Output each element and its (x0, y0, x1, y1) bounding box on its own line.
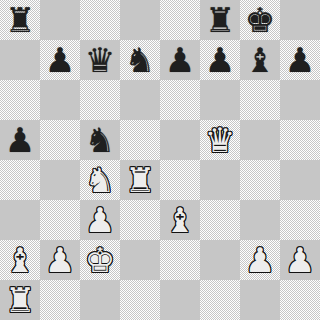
square-f7[interactable]: ♟ (200, 40, 240, 80)
square-d8[interactable] (120, 0, 160, 40)
white-knight-c4[interactable]: ♞ (80, 160, 120, 200)
square-f5[interactable]: ♛ (200, 120, 240, 160)
square-d4[interactable]: ♜ (120, 160, 160, 200)
white-queen-f5[interactable]: ♛ (200, 120, 240, 160)
white-king-c2[interactable]: ♚ (80, 240, 120, 280)
square-f1[interactable] (200, 280, 240, 320)
square-c4[interactable]: ♞ (80, 160, 120, 200)
square-h1[interactable] (280, 280, 320, 320)
square-h2[interactable]: ♟ (280, 240, 320, 280)
square-a4[interactable] (0, 160, 40, 200)
square-e3[interactable]: ♝ (160, 200, 200, 240)
square-b6[interactable] (40, 80, 80, 120)
square-d5[interactable] (120, 120, 160, 160)
square-h5[interactable] (280, 120, 320, 160)
square-a3[interactable] (0, 200, 40, 240)
square-a5[interactable]: ♟ (0, 120, 40, 160)
square-h3[interactable] (280, 200, 320, 240)
square-g5[interactable] (240, 120, 280, 160)
square-c6[interactable] (80, 80, 120, 120)
square-b5[interactable] (40, 120, 80, 160)
square-f3[interactable] (200, 200, 240, 240)
square-a8[interactable]: ♜ (0, 0, 40, 40)
square-g1[interactable] (240, 280, 280, 320)
square-d2[interactable] (120, 240, 160, 280)
square-e4[interactable] (160, 160, 200, 200)
black-rook-a8[interactable]: ♜ (0, 0, 40, 40)
square-g8[interactable]: ♚ (240, 0, 280, 40)
white-bishop-e3[interactable]: ♝ (160, 200, 200, 240)
square-e5[interactable] (160, 120, 200, 160)
square-g7[interactable]: ♝ (240, 40, 280, 80)
black-pawn-e7[interactable]: ♟ (160, 40, 200, 80)
black-queen-c7[interactable]: ♛ (80, 40, 120, 80)
square-b7[interactable]: ♟ (40, 40, 80, 80)
square-b2[interactable]: ♟ (40, 240, 80, 280)
white-pawn-h2[interactable]: ♟ (280, 240, 320, 280)
square-g2[interactable]: ♟ (240, 240, 280, 280)
square-c7[interactable]: ♛ (80, 40, 120, 80)
square-f4[interactable] (200, 160, 240, 200)
white-pawn-c3[interactable]: ♟ (80, 200, 120, 240)
chessboard: ♜♜♚♟♛♞♟♟♝♟♟♞♛♞♜♟♝♝♟♚♟♟♜ (0, 0, 320, 320)
square-f2[interactable] (200, 240, 240, 280)
square-g4[interactable] (240, 160, 280, 200)
square-b3[interactable] (40, 200, 80, 240)
square-h8[interactable] (280, 0, 320, 40)
white-rook-d4[interactable]: ♜ (120, 160, 160, 200)
black-pawn-a5[interactable]: ♟ (0, 120, 40, 160)
black-pawn-f7[interactable]: ♟ (200, 40, 240, 80)
square-d6[interactable] (120, 80, 160, 120)
square-e7[interactable]: ♟ (160, 40, 200, 80)
square-g6[interactable] (240, 80, 280, 120)
square-c5[interactable]: ♞ (80, 120, 120, 160)
square-h4[interactable] (280, 160, 320, 200)
square-b8[interactable] (40, 0, 80, 40)
black-pawn-h7[interactable]: ♟ (280, 40, 320, 80)
square-e2[interactable] (160, 240, 200, 280)
square-a7[interactable] (0, 40, 40, 80)
black-knight-d7[interactable]: ♞ (120, 40, 160, 80)
square-b4[interactable] (40, 160, 80, 200)
black-pawn-b7[interactable]: ♟ (40, 40, 80, 80)
square-e6[interactable] (160, 80, 200, 120)
black-bishop-g7[interactable]: ♝ (240, 40, 280, 80)
black-knight-c5[interactable]: ♞ (80, 120, 120, 160)
square-e8[interactable] (160, 0, 200, 40)
square-a1[interactable]: ♜ (0, 280, 40, 320)
white-pawn-g2[interactable]: ♟ (240, 240, 280, 280)
square-c3[interactable]: ♟ (80, 200, 120, 240)
square-a6[interactable] (0, 80, 40, 120)
square-b1[interactable] (40, 280, 80, 320)
black-rook-f8[interactable]: ♜ (200, 0, 240, 40)
square-c1[interactable] (80, 280, 120, 320)
square-c2[interactable]: ♚ (80, 240, 120, 280)
square-d1[interactable] (120, 280, 160, 320)
square-d3[interactable] (120, 200, 160, 240)
white-rook-a1[interactable]: ♜ (0, 280, 40, 320)
square-e1[interactable] (160, 280, 200, 320)
square-f6[interactable] (200, 80, 240, 120)
square-d7[interactable]: ♞ (120, 40, 160, 80)
square-g3[interactable] (240, 200, 280, 240)
square-c8[interactable] (80, 0, 120, 40)
square-h6[interactable] (280, 80, 320, 120)
white-bishop-a2[interactable]: ♝ (0, 240, 40, 280)
square-h7[interactable]: ♟ (280, 40, 320, 80)
black-king-g8[interactable]: ♚ (240, 0, 280, 40)
square-a2[interactable]: ♝ (0, 240, 40, 280)
white-pawn-b2[interactable]: ♟ (40, 240, 80, 280)
square-f8[interactable]: ♜ (200, 0, 240, 40)
